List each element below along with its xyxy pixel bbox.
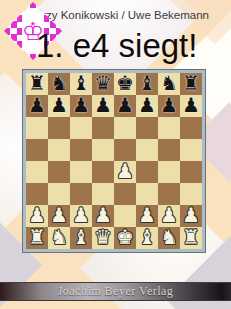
publisher-name: Joachim Beyer Verlag <box>58 284 174 299</box>
black-p-piece: ♟ <box>114 94 136 116</box>
square-d5 <box>92 139 114 161</box>
white-q-piece: ♛ <box>92 226 114 248</box>
square-g1: ♞ <box>158 227 180 249</box>
chess-board-frame: ♜♞♝♛♚♝♞♜♟♟♟♟♟♟♟♟♟♟♟♟♟♟♟♟♜♞♝♛♚♝♞♜ <box>23 70 205 252</box>
square-c2: ♟ <box>70 205 92 227</box>
black-p-piece: ♟ <box>180 94 202 116</box>
square-a8: ♜ <box>26 73 48 95</box>
white-k-piece: ♚ <box>114 226 136 248</box>
square-f8: ♝ <box>136 73 158 95</box>
square-g8: ♞ <box>158 73 180 95</box>
square-e5 <box>114 139 136 161</box>
square-h3 <box>180 183 202 205</box>
white-p-piece: ♟ <box>92 204 114 226</box>
white-b-piece: ♝ <box>70 226 92 248</box>
white-b-piece: ♝ <box>136 226 158 248</box>
chess-board: ♜♞♝♛♚♝♞♜♟♟♟♟♟♟♟♟♟♟♟♟♟♟♟♟♜♞♝♛♚♝♞♜ <box>26 73 202 249</box>
square-h4 <box>180 161 202 183</box>
square-e4: ♟ <box>114 161 136 183</box>
square-a1: ♜ <box>26 227 48 249</box>
square-b8: ♞ <box>48 73 70 95</box>
square-h5 <box>180 139 202 161</box>
square-d2: ♟ <box>92 205 114 227</box>
white-r-piece: ♜ <box>180 226 202 248</box>
black-r-piece: ♜ <box>180 72 202 94</box>
square-h8: ♜ <box>180 73 202 95</box>
square-b2: ♟ <box>48 205 70 227</box>
white-p-piece: ♟ <box>70 204 92 226</box>
square-d3 <box>92 183 114 205</box>
square-e8: ♚ <box>114 73 136 95</box>
black-p-piece: ♟ <box>26 94 48 116</box>
square-a7: ♟ <box>26 95 48 117</box>
square-a3 <box>26 183 48 205</box>
square-c4 <box>70 161 92 183</box>
white-p-piece: ♟ <box>48 204 70 226</box>
square-d7: ♟ <box>92 95 114 117</box>
square-c5 <box>70 139 92 161</box>
black-p-piece: ♟ <box>92 94 114 116</box>
square-c6 <box>70 117 92 139</box>
black-p-piece: ♟ <box>48 94 70 116</box>
square-c7: ♟ <box>70 95 92 117</box>
square-a6 <box>26 117 48 139</box>
square-f3 <box>136 183 158 205</box>
square-b4 <box>48 161 70 183</box>
square-b3 <box>48 183 70 205</box>
square-f2: ♟ <box>136 205 158 227</box>
white-r-piece: ♜ <box>26 226 48 248</box>
square-e1: ♚ <box>114 227 136 249</box>
white-p-piece: ♟ <box>26 204 48 226</box>
square-c8: ♝ <box>70 73 92 95</box>
square-e2 <box>114 205 136 227</box>
square-e3 <box>114 183 136 205</box>
square-d8: ♛ <box>92 73 114 95</box>
square-e7: ♟ <box>114 95 136 117</box>
black-q-piece: ♛ <box>92 72 114 94</box>
square-g3 <box>158 183 180 205</box>
square-f5 <box>136 139 158 161</box>
square-h1: ♜ <box>180 227 202 249</box>
square-c1: ♝ <box>70 227 92 249</box>
square-g7: ♟ <box>158 95 180 117</box>
square-e6 <box>114 117 136 139</box>
book-cover: Jerzy Konikowski / Uwe Bekemann ♔ 1. e4 … <box>0 0 231 309</box>
square-b7: ♟ <box>48 95 70 117</box>
square-b5 <box>48 139 70 161</box>
white-p-piece: ♟ <box>180 204 202 226</box>
square-c3 <box>70 183 92 205</box>
white-p-piece: ♟ <box>136 204 158 226</box>
square-d4 <box>92 161 114 183</box>
black-p-piece: ♟ <box>136 94 158 116</box>
square-d1: ♛ <box>92 227 114 249</box>
authors-line: Jerzy Konikowski / Uwe Bekemann <box>30 9 209 21</box>
square-f1: ♝ <box>136 227 158 249</box>
black-n-piece: ♞ <box>158 72 180 94</box>
square-g2: ♟ <box>158 205 180 227</box>
white-n-piece: ♞ <box>48 226 70 248</box>
square-a5 <box>26 139 48 161</box>
white-n-piece: ♞ <box>158 226 180 248</box>
square-h6 <box>180 117 202 139</box>
black-k-piece: ♚ <box>114 72 136 94</box>
square-b6 <box>48 117 70 139</box>
square-d6 <box>92 117 114 139</box>
black-b-piece: ♝ <box>70 72 92 94</box>
square-a2: ♟ <box>26 205 48 227</box>
square-f6 <box>136 117 158 139</box>
black-n-piece: ♞ <box>48 72 70 94</box>
black-p-piece: ♟ <box>158 94 180 116</box>
square-g6 <box>158 117 180 139</box>
white-p-piece: ♟ <box>114 160 136 182</box>
publisher-banner: Joachim Beyer Verlag <box>0 282 231 301</box>
square-f4 <box>136 161 158 183</box>
black-r-piece: ♜ <box>26 72 48 94</box>
square-a4 <box>26 161 48 183</box>
book-title: 1. e4 siegt! <box>36 27 197 65</box>
white-p-piece: ♟ <box>158 204 180 226</box>
square-h7: ♟ <box>180 95 202 117</box>
black-b-piece: ♝ <box>136 72 158 94</box>
square-g5 <box>158 139 180 161</box>
black-p-piece: ♟ <box>70 94 92 116</box>
square-g4 <box>158 161 180 183</box>
square-b1: ♞ <box>48 227 70 249</box>
square-h2: ♟ <box>180 205 202 227</box>
square-f7: ♟ <box>136 95 158 117</box>
